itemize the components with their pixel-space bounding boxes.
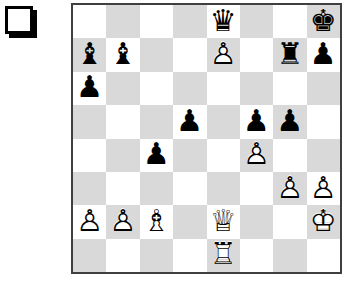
white-to-move-indicator bbox=[5, 6, 33, 34]
square-f1[interactable] bbox=[240, 239, 273, 272]
square-h5[interactable] bbox=[307, 105, 340, 138]
square-c8[interactable] bbox=[140, 5, 173, 38]
white-piece-p-g3: ♟♙ bbox=[273, 172, 306, 205]
square-d6[interactable] bbox=[173, 72, 206, 105]
square-d8[interactable] bbox=[173, 5, 206, 38]
square-e8[interactable]: ♛ bbox=[207, 5, 240, 38]
square-c6[interactable] bbox=[140, 72, 173, 105]
square-a2[interactable]: ♟♙ bbox=[73, 205, 106, 238]
square-b1[interactable] bbox=[106, 239, 139, 272]
black-piece-p-h7: ♟ bbox=[307, 38, 340, 71]
square-a6[interactable]: ♟ bbox=[73, 72, 106, 105]
square-c1[interactable] bbox=[140, 239, 173, 272]
square-g4[interactable] bbox=[273, 139, 306, 172]
square-b2[interactable]: ♟♙ bbox=[106, 205, 139, 238]
square-b3[interactable] bbox=[106, 172, 139, 205]
square-e4[interactable] bbox=[207, 139, 240, 172]
square-e6[interactable] bbox=[207, 72, 240, 105]
square-d7[interactable] bbox=[173, 38, 206, 71]
chess-diagram: ♛♚♝♝♟♙♜♟♟♟♟♟♟♟♙♟♙♟♙♟♙♟♙♝♗♛♕♚♔♜♖ bbox=[0, 0, 350, 284]
white-piece-p-f4: ♟♙ bbox=[240, 139, 273, 172]
chess-board: ♛♚♝♝♟♙♜♟♟♟♟♟♟♟♙♟♙♟♙♟♙♟♙♝♗♛♕♚♔♜♖ bbox=[71, 3, 342, 274]
square-e1[interactable]: ♜♖ bbox=[207, 239, 240, 272]
white-piece-r-e1: ♜♖ bbox=[207, 239, 240, 272]
square-a4[interactable] bbox=[73, 139, 106, 172]
square-e7[interactable]: ♟♙ bbox=[207, 38, 240, 71]
square-c4[interactable]: ♟ bbox=[140, 139, 173, 172]
black-piece-p-g5: ♟ bbox=[273, 105, 306, 138]
square-g2[interactable] bbox=[273, 205, 306, 238]
white-piece-k-h2: ♚♔ bbox=[307, 205, 340, 238]
square-a7[interactable]: ♝ bbox=[73, 38, 106, 71]
square-h6[interactable] bbox=[307, 72, 340, 105]
square-h1[interactable] bbox=[307, 239, 340, 272]
square-a1[interactable] bbox=[73, 239, 106, 272]
square-d5[interactable]: ♟ bbox=[173, 105, 206, 138]
white-piece-p-h3: ♟♙ bbox=[307, 172, 340, 205]
square-h3[interactable]: ♟♙ bbox=[307, 172, 340, 205]
square-c5[interactable] bbox=[140, 105, 173, 138]
square-c3[interactable] bbox=[140, 172, 173, 205]
square-a8[interactable] bbox=[73, 5, 106, 38]
square-d4[interactable] bbox=[173, 139, 206, 172]
square-f4[interactable]: ♟♙ bbox=[240, 139, 273, 172]
square-f7[interactable] bbox=[240, 38, 273, 71]
square-d3[interactable] bbox=[173, 172, 206, 205]
square-c7[interactable] bbox=[140, 38, 173, 71]
square-f3[interactable] bbox=[240, 172, 273, 205]
black-piece-r-g7: ♜ bbox=[273, 38, 306, 71]
white-piece-p-a2: ♟♙ bbox=[73, 205, 106, 238]
white-piece-b-c2: ♝♗ bbox=[140, 205, 173, 238]
square-g6[interactable] bbox=[273, 72, 306, 105]
square-b5[interactable] bbox=[106, 105, 139, 138]
square-c2[interactable]: ♝♗ bbox=[140, 205, 173, 238]
black-piece-p-c4: ♟ bbox=[140, 139, 173, 172]
square-e3[interactable] bbox=[207, 172, 240, 205]
square-g3[interactable]: ♟♙ bbox=[273, 172, 306, 205]
square-h2[interactable]: ♚♔ bbox=[307, 205, 340, 238]
black-piece-p-a6: ♟ bbox=[73, 72, 106, 105]
square-b8[interactable] bbox=[106, 5, 139, 38]
white-piece-p-e7: ♟♙ bbox=[207, 38, 240, 71]
square-g1[interactable] bbox=[273, 239, 306, 272]
square-e2[interactable]: ♛♕ bbox=[207, 205, 240, 238]
square-a3[interactable] bbox=[73, 172, 106, 205]
square-g5[interactable]: ♟ bbox=[273, 105, 306, 138]
black-piece-b-b7: ♝ bbox=[106, 38, 139, 71]
square-e5[interactable] bbox=[207, 105, 240, 138]
black-piece-k-h8: ♚ bbox=[307, 5, 340, 38]
square-g8[interactable] bbox=[273, 5, 306, 38]
square-b4[interactable] bbox=[106, 139, 139, 172]
black-piece-p-f5: ♟ bbox=[240, 105, 273, 138]
square-a5[interactable] bbox=[73, 105, 106, 138]
square-d2[interactable] bbox=[173, 205, 206, 238]
white-piece-q-e2: ♛♕ bbox=[207, 205, 240, 238]
square-d1[interactable] bbox=[173, 239, 206, 272]
square-h7[interactable]: ♟ bbox=[307, 38, 340, 71]
black-piece-p-d5: ♟ bbox=[173, 105, 206, 138]
square-f5[interactable]: ♟ bbox=[240, 105, 273, 138]
white-piece-p-b2: ♟♙ bbox=[106, 205, 139, 238]
square-h8[interactable]: ♚ bbox=[307, 5, 340, 38]
square-f6[interactable] bbox=[240, 72, 273, 105]
square-h4[interactable] bbox=[307, 139, 340, 172]
square-g7[interactable]: ♜ bbox=[273, 38, 306, 71]
square-b6[interactable] bbox=[106, 72, 139, 105]
square-f2[interactable] bbox=[240, 205, 273, 238]
square-f8[interactable] bbox=[240, 5, 273, 38]
square-b7[interactable]: ♝ bbox=[106, 38, 139, 71]
black-piece-b-a7: ♝ bbox=[73, 38, 106, 71]
black-piece-q-e8: ♛ bbox=[207, 5, 240, 38]
